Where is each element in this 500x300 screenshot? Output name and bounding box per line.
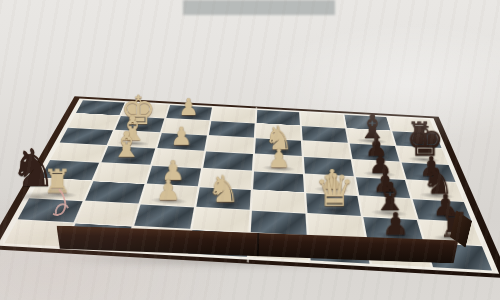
white-pawn[interactable]: ♟: [267, 145, 290, 171]
square-r3c4[interactable]: [206, 136, 254, 154]
captured-black-knight[interactable]: ♞: [10, 142, 57, 194]
square-r5c2[interactable]: [94, 163, 150, 183]
square-r3c3[interactable]: ♟: [157, 133, 207, 151]
square-r4c1[interactable]: [51, 143, 107, 162]
square-r6c3[interactable]: ♟: [141, 184, 198, 206]
board-hinge-line: [257, 231, 260, 258]
white-pawn[interactable]: ♟: [170, 124, 192, 149]
photo-of-chess-board: ♟♚♝♜♝♟♞♟♚♝♟♟♟♟♟♟♞♜♟♞♛♝♟♟♜ ♞: [0, 0, 500, 300]
square-r7c4[interactable]: [192, 208, 249, 232]
white-queen[interactable]: ♛: [314, 169, 354, 214]
square-r7c2[interactable]: [76, 201, 138, 225]
square-r3c6[interactable]: [303, 141, 351, 159]
square-r6c4[interactable]: ♞: [196, 187, 251, 209]
square-r6c5[interactable]: [252, 190, 305, 213]
white-knight[interactable]: ♞: [207, 170, 240, 207]
square-r4c2[interactable]: ♝: [101, 146, 155, 165]
white-bishop[interactable]: ♝: [110, 128, 141, 163]
black-pawn[interactable]: ♟: [381, 208, 409, 239]
square-r7c6[interactable]: [308, 214, 365, 239]
square-r2c4[interactable]: [209, 121, 255, 137]
square-r5c5[interactable]: [253, 171, 304, 192]
square-r7c5[interactable]: [251, 211, 307, 236]
square-r3c1[interactable]: [60, 128, 113, 145]
white-pawn[interactable]: ♟: [155, 176, 180, 204]
white-pawn[interactable]: ♟: [178, 96, 199, 119]
square-r7c3[interactable]: [134, 205, 194, 229]
square-r4c5[interactable]: ♟: [254, 154, 303, 173]
square-r6c2[interactable]: [85, 181, 144, 203]
square-r6c6[interactable]: ♛: [306, 193, 361, 216]
